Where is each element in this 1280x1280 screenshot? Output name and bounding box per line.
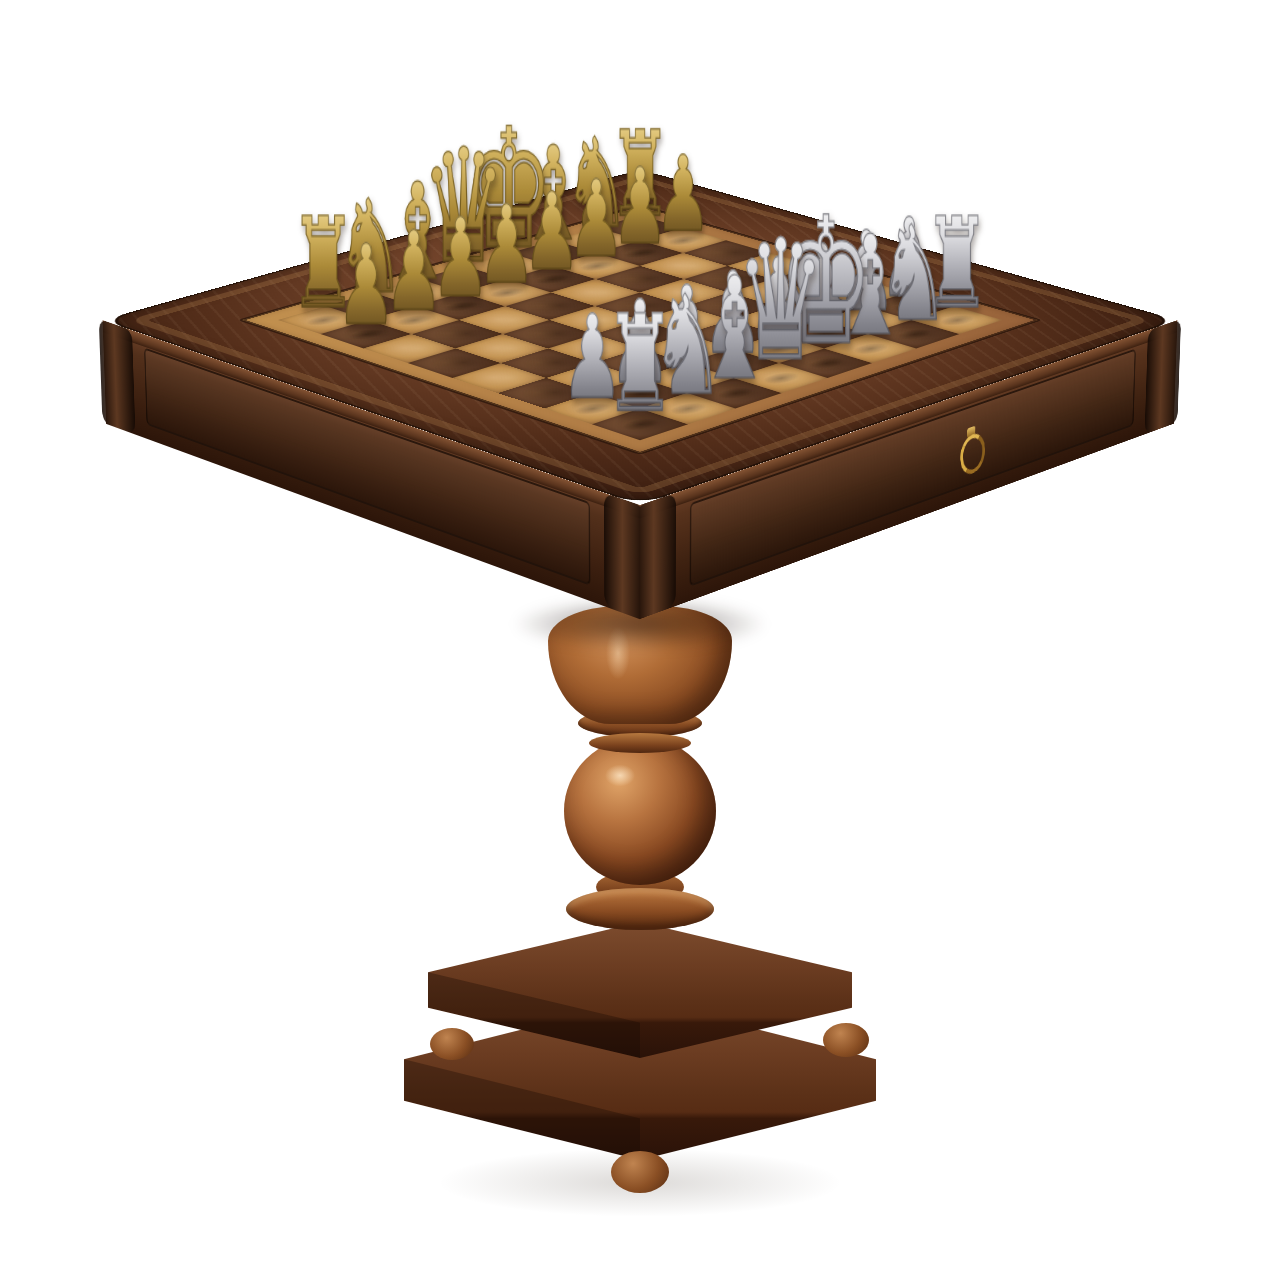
corner-post: [99, 319, 136, 435]
brass-pawn: ♟: [336, 230, 395, 340]
silver-rook: ♜: [604, 298, 675, 431]
product-photo: ♜♞♝♛♚♝♞♜♟♟♟♟♟♟♟♟♟♟♟♟♟♟♟♟♜♞♝♛♚♝♞♜: [0, 0, 1280, 1280]
drawer-ring-pull: [959, 423, 984, 482]
game-table: ♜♞♝♛♚♝♞♜♟♟♟♟♟♟♟♟♟♟♟♟♟♟♟♟♜♞♝♛♚♝♞♜: [103, 169, 1178, 505]
camera-perspective: ♜♞♝♛♚♝♞♜♟♟♟♟♟♟♟♟♟♟♟♟♟♟♟♟♜♞♝♛♚♝♞♜: [0, 0, 1280, 1280]
corner-post: [1145, 319, 1182, 435]
